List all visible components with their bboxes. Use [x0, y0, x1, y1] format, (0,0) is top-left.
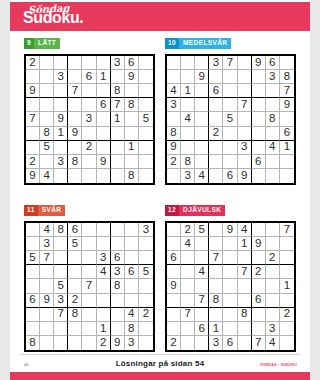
cell-r1c2[interactable]: 2 [181, 223, 195, 237]
cell-r2c4[interactable]: 5 [68, 237, 82, 251]
cell-r4c6[interactable]: 4 [97, 265, 111, 279]
cell-r5c7[interactable] [252, 112, 266, 126]
cell-r5c9[interactable]: 5 [139, 112, 153, 126]
cell-r9c2[interactable]: 3 [181, 169, 195, 183]
cell-r8c1[interactable]: 2 [167, 155, 181, 169]
cell-r9c2[interactable] [181, 336, 195, 350]
cell-r7c3[interactable]: 7 [54, 308, 68, 322]
cell-r5c6[interactable] [97, 279, 111, 293]
cell-r8c3[interactable] [54, 322, 68, 336]
cell-r6c9[interactable]: 6 [280, 127, 294, 141]
cell-r1c1[interactable] [26, 223, 40, 237]
cell-r3c5[interactable] [82, 84, 96, 98]
cell-r1c3[interactable]: 8 [54, 223, 68, 237]
cell-r7c8[interactable] [266, 308, 280, 322]
cell-r3c4[interactable]: 6 [209, 84, 223, 98]
cell-r4c5[interactable] [223, 265, 237, 279]
cell-r4c2[interactable] [40, 98, 54, 112]
cell-r1c4[interactable]: 6 [68, 223, 82, 237]
cell-r4c4[interactable] [209, 98, 223, 112]
cell-r8c8[interactable] [266, 155, 280, 169]
cell-r1c6[interactable] [97, 223, 111, 237]
cell-r2c3[interactable] [195, 237, 209, 251]
cell-r4c9[interactable]: 9 [280, 98, 294, 112]
cell-r7c2[interactable]: 5 [40, 141, 54, 155]
cell-r4c5[interactable] [223, 98, 237, 112]
cell-r5c9[interactable] [139, 279, 153, 293]
cell-r3c4[interactable] [68, 251, 82, 265]
cell-r4c1[interactable]: 3 [167, 98, 181, 112]
cell-r2c9[interactable]: 8 [280, 70, 294, 84]
cell-r9c5[interactable] [82, 169, 96, 183]
cell-r5c2[interactable]: 4 [181, 112, 195, 126]
cell-r8c4[interactable]: 1 [209, 322, 223, 336]
cell-r4c9[interactable]: 5 [139, 265, 153, 279]
cell-r6c7[interactable] [111, 127, 125, 141]
cell-r5c1[interactable] [167, 112, 181, 126]
cell-r7c8[interactable]: 4 [125, 308, 139, 322]
cell-r7c8[interactable]: 4 [266, 141, 280, 155]
cell-r8c3[interactable]: 3 [54, 155, 68, 169]
cell-r5c6[interactable] [238, 112, 252, 126]
cell-r7c8[interactable]: 1 [125, 141, 139, 155]
cell-r8c1[interactable] [26, 322, 40, 336]
cell-r3c7[interactable] [252, 84, 266, 98]
cell-r3c6[interactable] [238, 84, 252, 98]
cell-r4c9[interactable] [139, 98, 153, 112]
sudoku-board-11[interactable]: 4863355736436557869327842188293 [24, 221, 155, 352]
cell-r7c7[interactable] [252, 141, 266, 155]
cell-r9c6[interactable] [238, 336, 252, 350]
cell-r8c5[interactable] [223, 322, 237, 336]
cell-r1c5[interactable]: 7 [223, 56, 237, 70]
cell-r3c8[interactable] [125, 251, 139, 265]
cell-r3c5[interactable] [223, 84, 237, 98]
cell-r6c6[interactable] [97, 127, 111, 141]
cell-r5c4[interactable] [68, 279, 82, 293]
cell-r9c3[interactable]: 4 [195, 169, 209, 183]
cell-r4c4[interactable] [209, 265, 223, 279]
cell-r5c4[interactable] [209, 279, 223, 293]
cell-r6c4[interactable]: 2 [68, 294, 82, 308]
cell-r6c6[interactable] [238, 127, 252, 141]
cell-r8c6[interactable]: 9 [97, 155, 111, 169]
cell-r5c7[interactable] [252, 279, 266, 293]
cell-r4c6[interactable]: 6 [97, 98, 111, 112]
cell-r4c8[interactable]: 8 [125, 98, 139, 112]
cell-r2c5[interactable] [223, 237, 237, 251]
cell-r3c3[interactable] [54, 251, 68, 265]
cell-r8c9[interactable] [139, 322, 153, 336]
cell-r8c7[interactable]: 6 [252, 155, 266, 169]
cell-r8c3[interactable] [195, 155, 209, 169]
cell-r1c3[interactable]: 5 [195, 223, 209, 237]
cell-r9c2[interactable]: 4 [40, 169, 54, 183]
cell-r7c1[interactable] [167, 308, 181, 322]
cell-r9c5[interactable]: 6 [223, 336, 237, 350]
cell-r6c9[interactable] [139, 294, 153, 308]
sudoku-board-12[interactable]: 259474196724729178678261323674 [165, 221, 296, 352]
cell-r9c4[interactable] [209, 169, 223, 183]
cell-r2c5[interactable] [82, 237, 96, 251]
cell-r3c1[interactable]: 6 [167, 251, 181, 265]
cell-r7c4[interactable]: 8 [68, 308, 82, 322]
cell-r6c7[interactable] [111, 294, 125, 308]
cell-r5c2[interactable] [181, 279, 195, 293]
cell-r8c2[interactable] [40, 322, 54, 336]
cell-r7c1[interactable]: 9 [167, 141, 181, 155]
cell-r5c3[interactable] [195, 279, 209, 293]
cell-r2c9[interactable] [139, 237, 153, 251]
cell-r4c7[interactable]: 3 [111, 265, 125, 279]
cell-r2c4[interactable] [209, 70, 223, 84]
cell-r4c8[interactable]: 6 [125, 265, 139, 279]
cell-r4c4[interactable] [68, 265, 82, 279]
cell-r1c3[interactable] [195, 56, 209, 70]
cell-r7c5[interactable] [223, 308, 237, 322]
cell-r3c4[interactable]: 7 [68, 84, 82, 98]
cell-r5c2[interactable] [40, 112, 54, 126]
cell-r3c1[interactable]: 4 [167, 84, 181, 98]
cell-r3c7[interactable] [252, 251, 266, 265]
cell-r4c3[interactable] [54, 98, 68, 112]
cell-r9c5[interactable]: 6 [223, 169, 237, 183]
cell-r6c8[interactable] [125, 294, 139, 308]
cell-r2c3[interactable]: 3 [54, 70, 68, 84]
cell-r4c6[interactable]: 7 [238, 265, 252, 279]
cell-r7c4[interactable] [209, 308, 223, 322]
cell-r6c4[interactable]: 9 [68, 127, 82, 141]
cell-r3c9[interactable] [280, 251, 294, 265]
cell-r3c3[interactable] [195, 84, 209, 98]
cell-r2c4[interactable] [68, 70, 82, 84]
cell-r1c2[interactable] [181, 56, 195, 70]
cell-r3c8[interactable] [125, 84, 139, 98]
cell-r2c8[interactable]: 9 [125, 70, 139, 84]
cell-r1c8[interactable]: 6 [125, 56, 139, 70]
cell-r1c9[interactable]: 7 [280, 223, 294, 237]
cell-r2c7[interactable] [111, 237, 125, 251]
cell-r2c7[interactable] [111, 70, 125, 84]
cell-r4c9[interactable] [280, 265, 294, 279]
cell-r6c6[interactable] [238, 294, 252, 308]
cell-r8c6[interactable] [238, 155, 252, 169]
cell-r2c4[interactable] [209, 237, 223, 251]
cell-r5c3[interactable] [195, 112, 209, 126]
sudoku-board-9[interactable]: 2363619978678793158195212389948 [24, 54, 155, 185]
cell-r5c7[interactable]: 1 [111, 112, 125, 126]
cell-r8c7[interactable] [252, 322, 266, 336]
cell-r7c9[interactable]: 2 [280, 308, 294, 322]
cell-r4c4[interactable] [68, 98, 82, 112]
cell-r4c8[interactable] [266, 98, 280, 112]
cell-r3c9[interactable] [139, 251, 153, 265]
cell-r1c1[interactable]: 2 [26, 56, 40, 70]
cell-r7c9[interactable] [139, 141, 153, 155]
cell-r6c9[interactable] [280, 294, 294, 308]
cell-r9c7[interactable]: 9 [111, 336, 125, 350]
cell-r5c8[interactable] [125, 112, 139, 126]
cell-r8c2[interactable] [181, 322, 195, 336]
cell-r7c7[interactable] [111, 141, 125, 155]
cell-r9c4[interactable] [68, 336, 82, 350]
cell-r1c1[interactable] [167, 223, 181, 237]
cell-r7c5[interactable]: 2 [82, 141, 96, 155]
cell-r8c1[interactable] [167, 322, 181, 336]
cell-r4c5[interactable] [82, 265, 96, 279]
cell-r5c5[interactable]: 7 [82, 279, 96, 293]
cell-r3c1[interactable]: 9 [26, 84, 40, 98]
cell-r1c9[interactable]: 3 [139, 223, 153, 237]
cell-r1c7[interactable]: 3 [111, 56, 125, 70]
cell-r8c2[interactable]: 8 [181, 155, 195, 169]
cell-r4c6[interactable]: 7 [238, 98, 252, 112]
cell-r5c8[interactable] [266, 279, 280, 293]
cell-r9c6[interactable] [97, 169, 111, 183]
cell-r1c7[interactable]: 9 [252, 56, 266, 70]
cell-r4c2[interactable] [181, 265, 195, 279]
cell-r8c6[interactable]: 1 [97, 322, 111, 336]
cell-r3c7[interactable]: 6 [111, 251, 125, 265]
cell-r2c1[interactable] [26, 70, 40, 84]
cell-r2c5[interactable] [223, 70, 237, 84]
cell-r3c9[interactable]: 7 [280, 84, 294, 98]
cell-r5c4[interactable] [68, 112, 82, 126]
cell-r7c6[interactable]: 3 [238, 141, 252, 155]
cell-r8c9[interactable] [280, 322, 294, 336]
cell-r4c3[interactable]: 4 [195, 265, 209, 279]
cell-r2c9[interactable] [280, 237, 294, 251]
cell-r3c4[interactable]: 7 [209, 251, 223, 265]
cell-r9c5[interactable] [82, 336, 96, 350]
cell-r2c1[interactable] [26, 237, 40, 251]
cell-r7c3[interactable] [54, 141, 68, 155]
cell-r1c7[interactable] [111, 223, 125, 237]
cell-r2c2[interactable] [40, 70, 54, 84]
cell-r3c8[interactable]: 2 [266, 251, 280, 265]
cell-r8c6[interactable] [238, 322, 252, 336]
cell-r6c1[interactable]: 6 [26, 294, 40, 308]
cell-r4c7[interactable]: 7 [111, 98, 125, 112]
cell-r9c7[interactable]: 7 [252, 336, 266, 350]
cell-r3c6[interactable] [238, 251, 252, 265]
cell-r8c8[interactable] [125, 155, 139, 169]
cell-r2c6[interactable] [97, 237, 111, 251]
cell-r6c1[interactable] [167, 294, 181, 308]
cell-r8c4[interactable] [209, 155, 223, 169]
cell-r3c5[interactable] [223, 251, 237, 265]
cell-r2c1[interactable] [167, 237, 181, 251]
cell-r5c8[interactable] [125, 279, 139, 293]
cell-r2c6[interactable]: 1 [97, 70, 111, 84]
cell-r6c3[interactable]: 7 [195, 294, 209, 308]
cell-r8c4[interactable]: 8 [68, 155, 82, 169]
cell-r2c2[interactable] [181, 70, 195, 84]
cell-r1c2[interactable]: 4 [40, 223, 54, 237]
cell-r2c2[interactable]: 3 [40, 237, 54, 251]
cell-r4c5[interactable] [82, 98, 96, 112]
cell-r7c5[interactable] [82, 308, 96, 322]
cell-r5c5[interactable]: 5 [223, 112, 237, 126]
cell-r4c1[interactable] [26, 98, 40, 112]
cell-r6c8[interactable] [266, 127, 280, 141]
cell-r8c4[interactable] [68, 322, 82, 336]
cell-r6c1[interactable] [26, 127, 40, 141]
cell-r1c9[interactable] [280, 56, 294, 70]
cell-r1c5[interactable]: 9 [223, 223, 237, 237]
cell-r9c2[interactable] [40, 336, 54, 350]
cell-r6c9[interactable] [139, 127, 153, 141]
cell-r4c3[interactable] [195, 98, 209, 112]
cell-r5c6[interactable] [97, 112, 111, 126]
cell-r4c8[interactable] [266, 265, 280, 279]
cell-r1c9[interactable] [139, 56, 153, 70]
cell-r7c4[interactable] [68, 141, 82, 155]
cell-r8c3[interactable]: 6 [195, 322, 209, 336]
cell-r3c2[interactable]: 7 [40, 251, 54, 265]
cell-r7c2[interactable] [40, 308, 54, 322]
cell-r1c8[interactable] [266, 223, 280, 237]
cell-r2c8[interactable]: 3 [266, 70, 280, 84]
cell-r3c3[interactable] [54, 84, 68, 98]
cell-r9c4[interactable]: 3 [209, 336, 223, 350]
cell-r1c7[interactable] [252, 223, 266, 237]
cell-r5c7[interactable]: 8 [111, 279, 125, 293]
cell-r8c5[interactable] [82, 155, 96, 169]
cell-r2c6[interactable] [238, 70, 252, 84]
cell-r6c5[interactable] [223, 127, 237, 141]
cell-r7c5[interactable] [223, 141, 237, 155]
cell-r9c6[interactable]: 2 [97, 336, 111, 350]
cell-r7c3[interactable] [195, 141, 209, 155]
cell-r9c1[interactable]: 2 [167, 336, 181, 350]
cell-r4c2[interactable] [181, 98, 195, 112]
cell-r8c8[interactable]: 8 [125, 322, 139, 336]
cell-r6c8[interactable] [125, 127, 139, 141]
cell-r9c8[interactable]: 8 [125, 169, 139, 183]
cell-r2c7[interactable]: 9 [252, 237, 266, 251]
cell-r5c1[interactable] [26, 279, 40, 293]
cell-r7c6[interactable] [97, 141, 111, 155]
cell-r1c4[interactable]: 3 [209, 56, 223, 70]
cell-r7c2[interactable]: 7 [181, 308, 195, 322]
cell-r6c8[interactable] [266, 294, 280, 308]
cell-r5c2[interactable] [40, 279, 54, 293]
cell-r1c6[interactable] [97, 56, 111, 70]
cell-r5c1[interactable]: 7 [26, 112, 40, 126]
cell-r6c3[interactable]: 1 [54, 127, 68, 141]
cell-r3c7[interactable]: 8 [111, 84, 125, 98]
cell-r7c6[interactable] [97, 308, 111, 322]
cell-r9c1[interactable]: 9 [26, 169, 40, 183]
cell-r9c9[interactable] [139, 169, 153, 183]
cell-r7c4[interactable] [209, 141, 223, 155]
cell-r9c1[interactable]: 8 [26, 336, 40, 350]
cell-r6c2[interactable] [181, 127, 195, 141]
cell-r1c3[interactable] [54, 56, 68, 70]
cell-r3c6[interactable] [97, 84, 111, 98]
cell-r7c2[interactable] [181, 141, 195, 155]
cell-r9c9[interactable] [139, 336, 153, 350]
cell-r3c2[interactable] [181, 251, 195, 265]
cell-r6c3[interactable]: 3 [54, 294, 68, 308]
cell-r2c9[interactable] [139, 70, 153, 84]
cell-r5c5[interactable] [223, 279, 237, 293]
cell-r6c2[interactable] [181, 294, 195, 308]
cell-r1c5[interactable] [82, 223, 96, 237]
cell-r4c3[interactable] [54, 265, 68, 279]
cell-r6c3[interactable] [195, 127, 209, 141]
cell-r8c9[interactable] [139, 155, 153, 169]
cell-r1c4[interactable] [68, 56, 82, 70]
cell-r5c5[interactable]: 3 [82, 112, 96, 126]
cell-r5c4[interactable] [209, 112, 223, 126]
cell-r3c1[interactable]: 5 [26, 251, 40, 265]
cell-r3c6[interactable]: 3 [97, 251, 111, 265]
cell-r5c6[interactable] [238, 279, 252, 293]
cell-r3c3[interactable] [195, 251, 209, 265]
cell-r9c3[interactable] [54, 169, 68, 183]
cell-r2c8[interactable] [125, 237, 139, 251]
cell-r1c6[interactable]: 4 [238, 223, 252, 237]
cell-r7c9[interactable]: 1 [280, 141, 294, 155]
sudoku-board-10[interactable]: 3796938416737945882693412863469 [165, 54, 296, 185]
cell-r5c3[interactable]: 5 [54, 279, 68, 293]
cell-r8c2[interactable] [40, 155, 54, 169]
cell-r7c9[interactable]: 2 [139, 308, 153, 322]
cell-r7c3[interactable] [195, 308, 209, 322]
cell-r3c9[interactable] [139, 84, 153, 98]
cell-r8c7[interactable] [111, 155, 125, 169]
cell-r2c8[interactable] [266, 237, 280, 251]
cell-r6c7[interactable] [252, 127, 266, 141]
cell-r2c7[interactable] [252, 70, 266, 84]
cell-r4c1[interactable] [26, 265, 40, 279]
cell-r6c2[interactable]: 9 [40, 294, 54, 308]
cell-r9c1[interactable] [167, 169, 181, 183]
cell-r6c7[interactable]: 6 [252, 294, 266, 308]
cell-r1c6[interactable] [238, 56, 252, 70]
cell-r2c5[interactable]: 6 [82, 70, 96, 84]
cell-r1c2[interactable] [40, 56, 54, 70]
cell-r8c7[interactable] [111, 322, 125, 336]
cell-r9c8[interactable]: 3 [125, 336, 139, 350]
cell-r9c7[interactable] [111, 169, 125, 183]
cell-r3c5[interactable] [82, 251, 96, 265]
cell-r3c2[interactable] [40, 84, 54, 98]
cell-r6c4[interactable]: 2 [209, 127, 223, 141]
cell-r2c2[interactable]: 4 [181, 237, 195, 251]
cell-r7c1[interactable] [26, 308, 40, 322]
cell-r9c3[interactable] [195, 336, 209, 350]
cell-r6c1[interactable]: 8 [167, 127, 181, 141]
cell-r1c1[interactable] [167, 56, 181, 70]
cell-r6c6[interactable] [97, 294, 111, 308]
cell-r3c8[interactable] [266, 84, 280, 98]
cell-r8c1[interactable]: 2 [26, 155, 40, 169]
cell-r2c3[interactable]: 9 [195, 70, 209, 84]
cell-r1c5[interactable] [82, 56, 96, 70]
cell-r7c6[interactable]: 8 [238, 308, 252, 322]
cell-r8c9[interactable] [280, 155, 294, 169]
cell-r9c8[interactable] [266, 169, 280, 183]
cell-r7c1[interactable] [26, 141, 40, 155]
cell-r9c9[interactable] [280, 336, 294, 350]
cell-r8c5[interactable] [223, 155, 237, 169]
cell-r4c2[interactable] [40, 265, 54, 279]
cell-r2c3[interactable] [54, 237, 68, 251]
cell-r7c7[interactable] [252, 308, 266, 322]
